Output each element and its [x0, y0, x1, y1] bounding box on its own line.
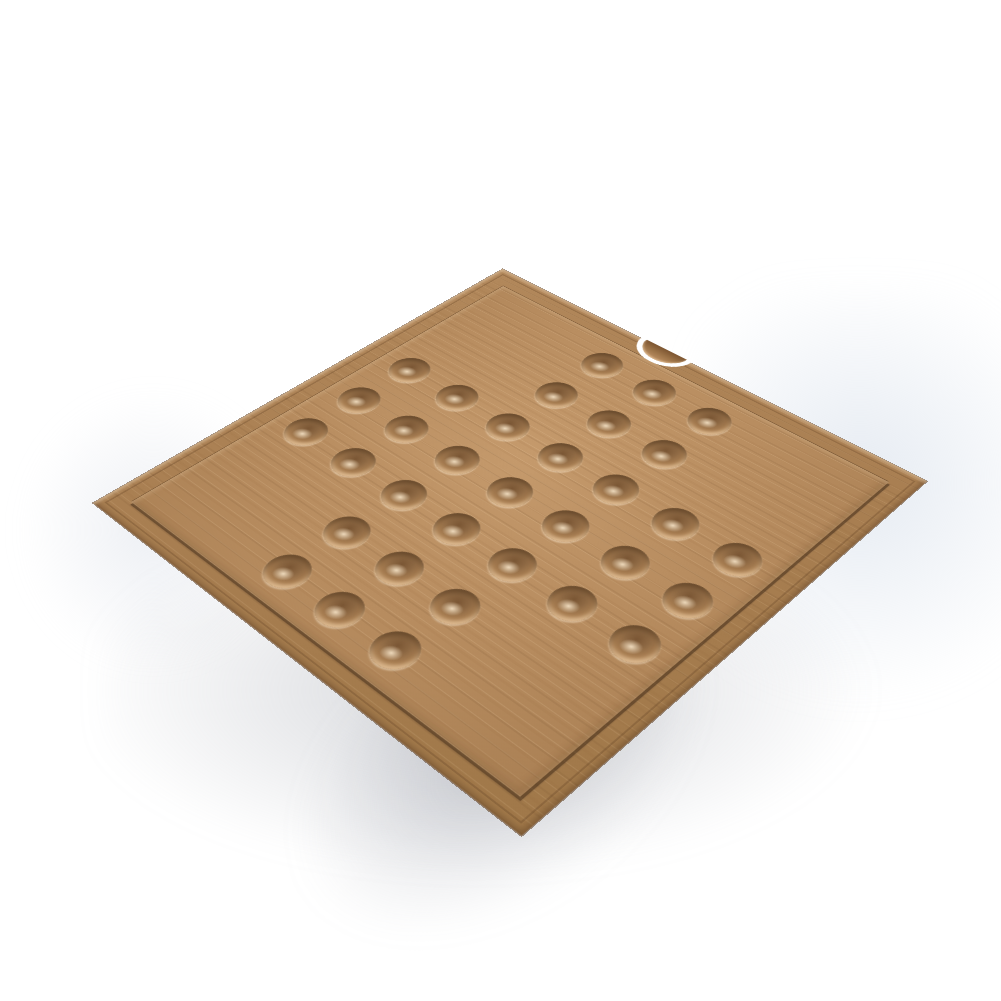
hole-highlight: [394, 365, 419, 379]
hole-r2c5-empty: [642, 501, 709, 545]
hole-r2c6-empty: [704, 536, 773, 583]
hole-highlight: [289, 426, 316, 441]
hole-highlight: [593, 418, 619, 433]
hole-highlight: [320, 602, 351, 622]
hole-r4c5-empty: [536, 579, 607, 629]
hole-r0c2-empty: [573, 348, 632, 382]
hole-r4c6-empty: [598, 618, 671, 671]
hole-r2c1-empty: [427, 380, 487, 416]
hole-r5c2-empty: [313, 510, 380, 555]
hole-r2c3-empty: [529, 437, 592, 477]
cell-r4c4: [456, 528, 569, 605]
hole-highlight: [336, 457, 364, 473]
hole-r1c3-empty: [578, 405, 640, 443]
hole-r2c2-empty: [477, 408, 539, 446]
hole-highlight: [544, 451, 571, 467]
hole-highlight: [441, 392, 467, 406]
hole-r3c2-empty: [425, 440, 488, 480]
cell-r2c5: [621, 488, 731, 561]
cell-r4c3: [402, 493, 512, 566]
hole-highlight: [494, 558, 524, 577]
hole-highlight: [386, 489, 414, 506]
photo-stage: [0, 0, 1001, 1001]
hole-highlight: [639, 387, 664, 401]
hole-highlight: [440, 454, 467, 470]
hole-highlight: [437, 599, 468, 619]
cell-r4c5: [514, 564, 630, 646]
hole-r4c2-empty: [371, 474, 436, 516]
hole-r3c6-empty: [653, 576, 724, 626]
hole-highlight: [659, 517, 687, 535]
box-top-face: [93, 269, 927, 836]
hole-r3c1-empty: [376, 410, 438, 448]
hole-highlight: [381, 561, 411, 580]
cell-r3c5: [569, 525, 682, 602]
hole-highlight: [493, 486, 521, 503]
hole-highlight: [540, 389, 566, 403]
hole-highlight: [587, 360, 612, 374]
hole-highlight: [439, 522, 468, 540]
hole-r3c0-empty: [329, 382, 389, 418]
hole-highlight: [607, 555, 636, 574]
cell-r5c5: [455, 605, 575, 692]
hole-r3c5-empty: [591, 539, 660, 586]
hole-highlight: [549, 520, 578, 538]
hole-highlight: [648, 448, 675, 464]
hole-highlight: [343, 395, 369, 409]
hole-highlight: [329, 525, 358, 543]
board-lid: [131, 286, 889, 797]
hole-r3c3-empty: [477, 471, 542, 513]
hole-r0c4-empty: [679, 402, 741, 440]
solitaire-board: [137, 289, 883, 791]
hole-r0c3-empty: [625, 375, 685, 411]
cell-r5c3: [343, 530, 456, 608]
hole-highlight: [492, 421, 518, 436]
hole-r5c4-empty: [420, 582, 491, 632]
cell-r5c2: [292, 496, 402, 569]
hole-r4c0-empty: [275, 413, 337, 451]
cell-r5c4: [398, 567, 514, 649]
hole-r2c4-empty: [584, 468, 649, 510]
hole-highlight: [600, 483, 628, 500]
hole-r1c2-empty: [526, 377, 586, 413]
hole-highlight: [553, 596, 583, 616]
product-photo-scene: [0, 0, 1001, 1001]
hole-r1c4-empty: [633, 435, 696, 475]
hole-r2c0-empty: [380, 353, 439, 387]
hole-r4c4-empty: [478, 542, 547, 589]
hole-r4c1-empty: [322, 443, 385, 483]
hole-highlight: [694, 416, 720, 431]
hole-highlight: [390, 423, 417, 438]
